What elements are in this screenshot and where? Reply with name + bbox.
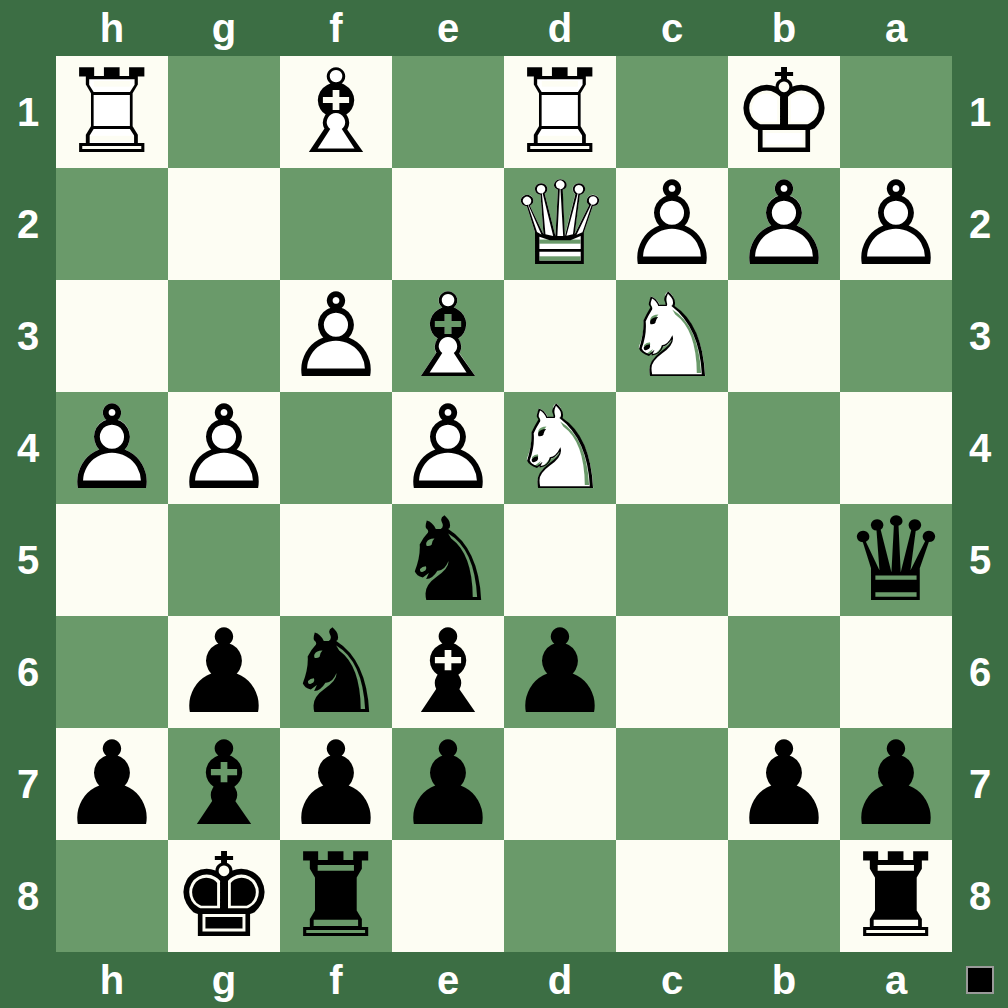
black-bishop-e6: ♝ <box>392 616 504 728</box>
white-queen-d2: ♛♕ <box>504 168 616 280</box>
white-king-b1: ♚♔ <box>728 56 840 168</box>
piece-outline-glyph: ♔ <box>728 56 840 168</box>
piece-outline-glyph: ♙ <box>280 280 392 392</box>
rank-label-left-2: 2 <box>0 168 56 280</box>
file-label-bottom-c: c <box>616 952 728 1008</box>
piece-outline-glyph: ♙ <box>728 168 840 280</box>
square-d6[interactable]: ♟ <box>504 616 616 728</box>
square-h3[interactable] <box>56 280 168 392</box>
white-pawn-f3: ♟♙ <box>280 280 392 392</box>
white-pawn-e4: ♟♙ <box>392 392 504 504</box>
square-h8[interactable] <box>56 840 168 952</box>
piece-outline-glyph: ♘ <box>504 392 616 504</box>
black-bishop-g7: ♝ <box>168 728 280 840</box>
square-b2[interactable]: ♟♙ <box>728 168 840 280</box>
file-label-top-e: e <box>392 0 504 56</box>
file-label-bottom-f: f <box>280 952 392 1008</box>
rank-label-right-8: 8 <box>952 840 1008 952</box>
file-label-bottom-b: b <box>728 952 840 1008</box>
piece-outline-glyph: ♙ <box>392 392 504 504</box>
file-label-bottom-g: g <box>168 952 280 1008</box>
square-b8[interactable] <box>728 840 840 952</box>
piece-outline-glyph: ♗ <box>280 56 392 168</box>
piece-outline-glyph: ♖ <box>56 56 168 168</box>
square-c6[interactable] <box>616 616 728 728</box>
piece-outline-glyph: ♙ <box>56 392 168 504</box>
file-label-bottom-h: h <box>56 952 168 1008</box>
square-h2[interactable] <box>56 168 168 280</box>
black-pawn-a7: ♟ <box>840 728 952 840</box>
black-king-g8: ♚ <box>168 840 280 952</box>
black-rook-f8: ♜ <box>280 840 392 952</box>
chessboard-frame: hgfedcba1♜♖♝♗♜♖♚♔12♛♕♟♙♟♙♟♙23♟♙♝♗♞♘34♟♙♟… <box>0 0 1008 1008</box>
square-d1[interactable]: ♜♖ <box>504 56 616 168</box>
piece-fill-glyph: ♜ <box>280 840 392 952</box>
square-g4[interactable]: ♟♙ <box>168 392 280 504</box>
square-g7[interactable]: ♝ <box>168 728 280 840</box>
piece-fill-glyph: ♟ <box>392 728 504 840</box>
file-label-top-c: c <box>616 0 728 56</box>
piece-outline-glyph: ♙ <box>616 168 728 280</box>
square-f6[interactable]: ♞ <box>280 616 392 728</box>
square-a4[interactable] <box>840 392 952 504</box>
black-pawn-f7: ♟ <box>280 728 392 840</box>
square-h5[interactable] <box>56 504 168 616</box>
rank-label-right-6: 6 <box>952 616 1008 728</box>
square-e2[interactable] <box>392 168 504 280</box>
black-queen-a5: ♛ <box>840 504 952 616</box>
rank-label-left-6: 6 <box>0 616 56 728</box>
rank-label-left-3: 3 <box>0 280 56 392</box>
square-c2[interactable]: ♟♙ <box>616 168 728 280</box>
white-pawn-b2: ♟♙ <box>728 168 840 280</box>
square-f1[interactable]: ♝♗ <box>280 56 392 168</box>
piece-outline-glyph: ♙ <box>840 168 952 280</box>
black-knight-e5: ♞ <box>392 504 504 616</box>
rank-label-left-5: 5 <box>0 504 56 616</box>
piece-fill-glyph: ♟ <box>840 728 952 840</box>
corner-bottom-left <box>0 952 56 1008</box>
piece-outline-glyph: ♙ <box>168 392 280 504</box>
piece-fill-glyph: ♟ <box>728 728 840 840</box>
white-bishop-e3: ♝♗ <box>392 280 504 392</box>
square-b4[interactable] <box>728 392 840 504</box>
piece-fill-glyph: ♛ <box>840 504 952 616</box>
square-g5[interactable] <box>168 504 280 616</box>
piece-outline-glyph: ♗ <box>392 280 504 392</box>
square-c8[interactable] <box>616 840 728 952</box>
piece-fill-glyph: ♟ <box>56 728 168 840</box>
rank-label-right-3: 3 <box>952 280 1008 392</box>
black-knight-f6: ♞ <box>280 616 392 728</box>
corner-top-left <box>0 0 56 56</box>
square-c7[interactable] <box>616 728 728 840</box>
black-pawn-b7: ♟ <box>728 728 840 840</box>
piece-fill-glyph: ♟ <box>280 728 392 840</box>
square-d5[interactable] <box>504 504 616 616</box>
square-b5[interactable] <box>728 504 840 616</box>
corner-bottom-right <box>952 952 1008 1008</box>
square-c5[interactable] <box>616 504 728 616</box>
square-g2[interactable] <box>168 168 280 280</box>
piece-fill-glyph: ♞ <box>392 504 504 616</box>
square-c4[interactable] <box>616 392 728 504</box>
piece-fill-glyph: ♝ <box>392 616 504 728</box>
square-h6[interactable] <box>56 616 168 728</box>
file-label-bottom-d: d <box>504 952 616 1008</box>
black-pawn-g6: ♟ <box>168 616 280 728</box>
white-rook-h1: ♜♖ <box>56 56 168 168</box>
rank-label-left-1: 1 <box>0 56 56 168</box>
square-b6[interactable] <box>728 616 840 728</box>
square-e5[interactable]: ♞ <box>392 504 504 616</box>
piece-fill-glyph: ♚ <box>168 840 280 952</box>
black-pawn-d6: ♟ <box>504 616 616 728</box>
piece-fill-glyph: ♟ <box>504 616 616 728</box>
square-a6[interactable] <box>840 616 952 728</box>
piece-outline-glyph: ♖ <box>504 56 616 168</box>
square-e3[interactable]: ♝♗ <box>392 280 504 392</box>
white-knight-d4: ♞♘ <box>504 392 616 504</box>
square-g6[interactable]: ♟ <box>168 616 280 728</box>
square-e6[interactable]: ♝ <box>392 616 504 728</box>
rank-label-right-2: 2 <box>952 168 1008 280</box>
white-pawn-g4: ♟♙ <box>168 392 280 504</box>
file-label-top-g: g <box>168 0 280 56</box>
white-rook-d1: ♜♖ <box>504 56 616 168</box>
square-c1[interactable] <box>616 56 728 168</box>
square-f2[interactable] <box>280 168 392 280</box>
square-a3[interactable] <box>840 280 952 392</box>
square-d8[interactable] <box>504 840 616 952</box>
white-pawn-h4: ♟♙ <box>56 392 168 504</box>
square-d2[interactable]: ♛♕ <box>504 168 616 280</box>
square-a2[interactable]: ♟♙ <box>840 168 952 280</box>
rank-label-left-4: 4 <box>0 392 56 504</box>
black-pawn-h7: ♟ <box>56 728 168 840</box>
square-e7[interactable]: ♟ <box>392 728 504 840</box>
square-a8[interactable]: ♜ <box>840 840 952 952</box>
piece-outline-glyph: ♕ <box>504 168 616 280</box>
square-b7[interactable]: ♟ <box>728 728 840 840</box>
file-label-top-a: a <box>840 0 952 56</box>
square-c3[interactable]: ♞♘ <box>616 280 728 392</box>
square-g1[interactable] <box>168 56 280 168</box>
square-a5[interactable]: ♛ <box>840 504 952 616</box>
square-g3[interactable] <box>168 280 280 392</box>
rank-label-left-8: 8 <box>0 840 56 952</box>
corner-top-right <box>952 0 1008 56</box>
file-label-bottom-a: a <box>840 952 952 1008</box>
piece-outline-glyph: ♘ <box>616 280 728 392</box>
square-b3[interactable] <box>728 280 840 392</box>
rank-label-right-5: 5 <box>952 504 1008 616</box>
piece-fill-glyph: ♜ <box>840 840 952 952</box>
piece-fill-glyph: ♞ <box>280 616 392 728</box>
square-e1[interactable] <box>392 56 504 168</box>
square-f5[interactable] <box>280 504 392 616</box>
square-d4[interactable]: ♞♘ <box>504 392 616 504</box>
square-e8[interactable] <box>392 840 504 952</box>
black-to-move-indicator <box>966 966 994 994</box>
square-f7[interactable]: ♟ <box>280 728 392 840</box>
white-pawn-c2: ♟♙ <box>616 168 728 280</box>
square-f4[interactable] <box>280 392 392 504</box>
square-a1[interactable] <box>840 56 952 168</box>
square-a7[interactable]: ♟ <box>840 728 952 840</box>
white-pawn-a2: ♟♙ <box>840 168 952 280</box>
piece-fill-glyph: ♝ <box>168 728 280 840</box>
rank-label-right-7: 7 <box>952 728 1008 840</box>
black-pawn-e7: ♟ <box>392 728 504 840</box>
white-bishop-f1: ♝♗ <box>280 56 392 168</box>
square-d7[interactable] <box>504 728 616 840</box>
rank-label-right-1: 1 <box>952 56 1008 168</box>
square-b1[interactable]: ♚♔ <box>728 56 840 168</box>
rank-label-right-4: 4 <box>952 392 1008 504</box>
file-label-bottom-e: e <box>392 952 504 1008</box>
square-e4[interactable]: ♟♙ <box>392 392 504 504</box>
square-h7[interactable]: ♟ <box>56 728 168 840</box>
black-rook-a8: ♜ <box>840 840 952 952</box>
square-h4[interactable]: ♟♙ <box>56 392 168 504</box>
square-f3[interactable]: ♟♙ <box>280 280 392 392</box>
square-d3[interactable] <box>504 280 616 392</box>
square-f8[interactable]: ♜ <box>280 840 392 952</box>
square-g8[interactable]: ♚ <box>168 840 280 952</box>
square-h1[interactable]: ♜♖ <box>56 56 168 168</box>
piece-fill-glyph: ♟ <box>168 616 280 728</box>
rank-label-left-7: 7 <box>0 728 56 840</box>
white-knight-c3: ♞♘ <box>616 280 728 392</box>
